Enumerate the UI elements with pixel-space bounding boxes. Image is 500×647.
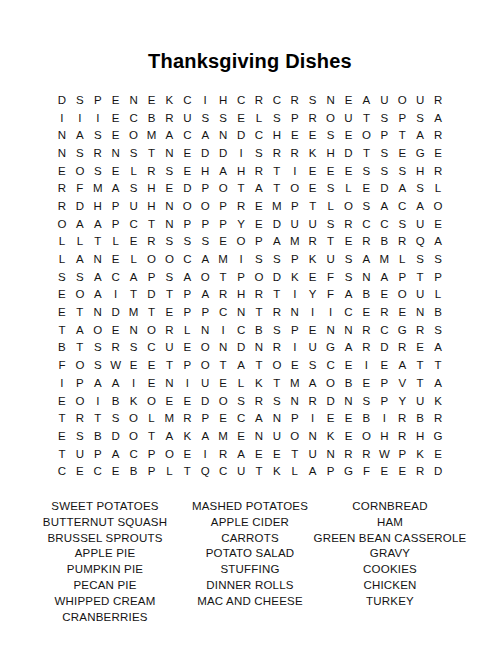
grid-cell[interactable]: L — [125, 250, 143, 268]
grid-cell[interactable]: S — [71, 91, 89, 109]
grid-cell[interactable]: N — [160, 374, 178, 392]
grid-cell[interactable]: E — [393, 144, 411, 162]
grid-cell[interactable]: O — [53, 215, 71, 233]
grid-cell[interactable]: I — [107, 286, 125, 304]
grid-cell[interactable]: I — [196, 445, 214, 463]
grid-cell[interactable]: A — [393, 179, 411, 197]
grid-cell[interactable]: T — [89, 233, 107, 251]
grid-cell[interactable]: C — [125, 445, 143, 463]
grid-cell[interactable]: R — [53, 197, 71, 215]
grid-cell[interactable]: A — [393, 356, 411, 374]
grid-cell[interactable]: S — [411, 109, 429, 127]
grid-cell[interactable]: A — [429, 374, 447, 392]
grid-cell[interactable]: S — [268, 250, 286, 268]
grid-cell[interactable]: U — [411, 91, 429, 109]
grid-cell[interactable]: H — [232, 286, 250, 304]
grid-cell[interactable]: H — [214, 91, 232, 109]
grid-cell[interactable]: S — [89, 356, 107, 374]
grid-cell[interactable]: O — [214, 179, 232, 197]
grid-cell[interactable]: N — [89, 250, 107, 268]
grid-cell[interactable]: E — [107, 162, 125, 180]
grid-cell[interactable]: M — [143, 126, 161, 144]
grid-cell[interactable]: A — [357, 250, 375, 268]
grid-cell[interactable]: W — [107, 356, 125, 374]
grid-cell[interactable]: S — [411, 179, 429, 197]
grid-cell[interactable]: R — [143, 233, 161, 251]
grid-cell[interactable]: B — [125, 462, 143, 480]
grid-cell[interactable]: S — [125, 144, 143, 162]
grid-cell[interactable]: A — [160, 126, 178, 144]
grid-cell[interactable]: E — [322, 409, 340, 427]
grid-cell[interactable]: A — [429, 339, 447, 357]
grid-cell[interactable]: O — [322, 374, 340, 392]
grid-cell[interactable]: E — [232, 109, 250, 127]
grid-cell[interactable]: E — [232, 427, 250, 445]
grid-cell[interactable]: N — [89, 303, 107, 321]
grid-cell[interactable]: R — [268, 339, 286, 357]
grid-cell[interactable]: S — [304, 91, 322, 109]
grid-cell[interactable]: L — [125, 162, 143, 180]
grid-cell[interactable]: T — [214, 356, 232, 374]
grid-cell[interactable]: D — [268, 215, 286, 233]
grid-cell[interactable]: O — [286, 427, 304, 445]
grid-cell[interactable]: U — [196, 374, 214, 392]
grid-cell[interactable]: A — [340, 286, 358, 304]
grid-cell[interactable]: T — [357, 144, 375, 162]
grid-cell[interactable]: R — [286, 144, 304, 162]
grid-cell[interactable]: H — [322, 144, 340, 162]
grid-cell[interactable]: C — [178, 126, 196, 144]
grid-cell[interactable]: P — [196, 409, 214, 427]
grid-cell[interactable]: R — [304, 233, 322, 251]
grid-cell[interactable]: P — [196, 215, 214, 233]
grid-cell[interactable]: N — [340, 392, 358, 410]
grid-cell[interactable]: R — [107, 339, 125, 357]
grid-cell[interactable]: C — [250, 126, 268, 144]
grid-cell[interactable]: S — [268, 392, 286, 410]
grid-cell[interactable]: P — [143, 445, 161, 463]
grid-cell[interactable]: C — [214, 303, 232, 321]
grid-cell[interactable]: E — [304, 179, 322, 197]
grid-cell[interactable]: S — [89, 162, 107, 180]
grid-cell[interactable]: S — [232, 392, 250, 410]
grid-cell[interactable]: S — [71, 268, 89, 286]
grid-cell[interactable]: D — [196, 392, 214, 410]
grid-cell[interactable]: Q — [196, 462, 214, 480]
grid-cell[interactable]: E — [340, 233, 358, 251]
grid-cell[interactable]: T — [71, 303, 89, 321]
grid-cell[interactable]: T — [411, 268, 429, 286]
grid-cell[interactable]: P — [71, 374, 89, 392]
grid-cell[interactable]: K — [411, 445, 429, 463]
grid-cell[interactable]: R — [232, 197, 250, 215]
grid-cell[interactable]: C — [375, 215, 393, 233]
grid-cell[interactable]: S — [160, 233, 178, 251]
grid-cell[interactable]: U — [71, 445, 89, 463]
grid-cell[interactable]: S — [375, 109, 393, 127]
grid-cell[interactable]: O — [429, 197, 447, 215]
grid-cell[interactable]: U — [322, 250, 340, 268]
grid-cell[interactable]: E — [304, 126, 322, 144]
grid-cell[interactable]: R — [268, 144, 286, 162]
grid-cell[interactable]: F — [357, 462, 375, 480]
grid-cell[interactable]: D — [53, 91, 71, 109]
grid-cell[interactable]: E — [214, 374, 232, 392]
grid-cell[interactable]: P — [429, 268, 447, 286]
grid-cell[interactable]: L — [429, 179, 447, 197]
grid-cell[interactable]: T — [53, 321, 71, 339]
grid-cell[interactable]: D — [340, 144, 358, 162]
grid-cell[interactable]: I — [214, 321, 232, 339]
grid-cell[interactable]: M — [214, 427, 232, 445]
grid-cell[interactable]: T — [268, 179, 286, 197]
grid-cell[interactable]: E — [107, 321, 125, 339]
grid-cell[interactable]: C — [53, 462, 71, 480]
grid-cell[interactable]: Y — [304, 286, 322, 304]
grid-cell[interactable]: C — [357, 215, 375, 233]
grid-cell[interactable]: O — [393, 286, 411, 304]
grid-cell[interactable]: E — [340, 126, 358, 144]
grid-cell[interactable]: E — [178, 144, 196, 162]
grid-cell[interactable]: I — [178, 374, 196, 392]
grid-cell[interactable]: E — [125, 233, 143, 251]
grid-cell[interactable]: B — [53, 339, 71, 357]
grid-cell[interactable]: A — [411, 197, 429, 215]
grid-cell[interactable]: P — [393, 445, 411, 463]
grid-cell[interactable]: V — [393, 374, 411, 392]
grid-cell[interactable]: E — [429, 215, 447, 233]
grid-cell[interactable]: O — [322, 109, 340, 127]
grid-cell[interactable]: L — [107, 233, 125, 251]
grid-cell[interactable]: R — [340, 445, 358, 463]
grid-cell[interactable]: R — [214, 286, 232, 304]
grid-cell[interactable]: U — [232, 462, 250, 480]
grid-cell[interactable]: A — [196, 250, 214, 268]
grid-cell[interactable]: E — [286, 126, 304, 144]
grid-cell[interactable]: U — [304, 339, 322, 357]
grid-cell[interactable]: A — [411, 126, 429, 144]
grid-cell[interactable]: M — [375, 250, 393, 268]
grid-cell[interactable]: A — [71, 126, 89, 144]
grid-cell[interactable]: I — [304, 409, 322, 427]
grid-cell[interactable]: S — [160, 268, 178, 286]
grid-cell[interactable]: C — [89, 462, 107, 480]
grid-cell[interactable]: P — [250, 233, 268, 251]
grid-cell[interactable]: N — [286, 392, 304, 410]
grid-cell[interactable]: S — [322, 179, 340, 197]
grid-cell[interactable]: B — [357, 409, 375, 427]
grid-cell[interactable]: E — [340, 409, 358, 427]
grid-cell[interactable]: E — [250, 445, 268, 463]
grid-cell[interactable]: T — [143, 144, 161, 162]
grid-cell[interactable]: E — [357, 374, 375, 392]
grid-cell[interactable]: D — [71, 197, 89, 215]
grid-cell[interactable]: G — [322, 339, 340, 357]
grid-cell[interactable]: C — [393, 197, 411, 215]
grid-cell[interactable]: A — [250, 179, 268, 197]
grid-cell[interactable]: E — [160, 303, 178, 321]
grid-cell[interactable]: A — [89, 215, 107, 233]
grid-cell[interactable]: I — [232, 144, 250, 162]
grid-cell[interactable]: K — [304, 250, 322, 268]
grid-cell[interactable]: R — [250, 162, 268, 180]
grid-cell[interactable]: L — [340, 179, 358, 197]
grid-cell[interactable]: R — [143, 162, 161, 180]
grid-cell[interactable]: A — [250, 409, 268, 427]
grid-cell[interactable]: P — [143, 462, 161, 480]
grid-cell[interactable]: E — [340, 162, 358, 180]
grid-cell[interactable]: A — [304, 462, 322, 480]
grid-cell[interactable]: L — [143, 409, 161, 427]
grid-cell[interactable]: M — [268, 197, 286, 215]
grid-cell[interactable]: C — [375, 321, 393, 339]
grid-cell[interactable]: I — [357, 356, 375, 374]
grid-cell[interactable]: O — [160, 250, 178, 268]
grid-cell[interactable]: E — [304, 321, 322, 339]
grid-cell[interactable]: D — [268, 268, 286, 286]
grid-cell[interactable]: P — [107, 197, 125, 215]
grid-cell[interactable]: T — [250, 356, 268, 374]
grid-cell[interactable]: B — [107, 392, 125, 410]
grid-cell[interactable]: D — [375, 179, 393, 197]
grid-cell[interactable]: P — [178, 215, 196, 233]
grid-cell[interactable]: U — [375, 91, 393, 109]
grid-cell[interactable]: A — [429, 233, 447, 251]
grid-cell[interactable]: U — [411, 286, 429, 304]
grid-cell[interactable]: E — [178, 392, 196, 410]
grid-cell[interactable]: N — [107, 144, 125, 162]
grid-cell[interactable]: P — [286, 321, 304, 339]
grid-cell[interactable]: L — [429, 286, 447, 304]
grid-cell[interactable]: M — [286, 374, 304, 392]
grid-cell[interactable]: R — [411, 462, 429, 480]
grid-cell[interactable]: O — [71, 356, 89, 374]
grid-cell[interactable]: D — [375, 339, 393, 357]
grid-cell[interactable]: S — [322, 215, 340, 233]
grid-cell[interactable]: B — [411, 409, 429, 427]
grid-cell[interactable]: C — [214, 462, 232, 480]
grid-cell[interactable]: U — [268, 427, 286, 445]
grid-cell[interactable]: N — [232, 303, 250, 321]
grid-cell[interactable]: A — [304, 374, 322, 392]
grid-cell[interactable]: P — [196, 303, 214, 321]
grid-cell[interactable]: O — [250, 268, 268, 286]
grid-cell[interactable]: C — [178, 250, 196, 268]
grid-cell[interactable]: E — [340, 427, 358, 445]
grid-cell[interactable]: K — [268, 462, 286, 480]
grid-cell[interactable]: N — [125, 91, 143, 109]
grid-cell[interactable]: E — [214, 233, 232, 251]
grid-cell[interactable]: I — [286, 286, 304, 304]
grid-cell[interactable]: T — [125, 286, 143, 304]
grid-cell[interactable]: I — [286, 339, 304, 357]
grid-cell[interactable]: E — [160, 392, 178, 410]
grid-cell[interactable]: R — [357, 321, 375, 339]
grid-cell[interactable]: E — [429, 445, 447, 463]
grid-cell[interactable]: T — [268, 374, 286, 392]
grid-cell[interactable]: R — [429, 409, 447, 427]
grid-cell[interactable]: L — [160, 462, 178, 480]
grid-cell[interactable]: N — [250, 427, 268, 445]
grid-cell[interactable]: K — [322, 427, 340, 445]
grid-cell[interactable]: U — [304, 445, 322, 463]
grid-cell[interactable]: E — [178, 162, 196, 180]
grid-cell[interactable]: A — [178, 268, 196, 286]
grid-cell[interactable]: E — [143, 374, 161, 392]
grid-cell[interactable]: S — [125, 339, 143, 357]
grid-cell[interactable]: D — [196, 144, 214, 162]
grid-cell[interactable]: D — [322, 392, 340, 410]
grid-cell[interactable]: A — [268, 233, 286, 251]
grid-cell[interactable]: N — [125, 321, 143, 339]
grid-cell[interactable]: E — [375, 462, 393, 480]
grid-cell[interactable]: I — [322, 303, 340, 321]
grid-cell[interactable]: N — [214, 339, 232, 357]
grid-cell[interactable]: E — [71, 462, 89, 480]
grid-cell[interactable]: A — [107, 445, 125, 463]
grid-cell[interactable]: M — [286, 233, 304, 251]
grid-cell[interactable]: O — [125, 409, 143, 427]
grid-cell[interactable]: U — [178, 109, 196, 127]
grid-cell[interactable]: I — [89, 109, 107, 127]
grid-cell[interactable]: R — [160, 109, 178, 127]
grid-cell[interactable]: P — [393, 268, 411, 286]
grid-cell[interactable]: C — [178, 91, 196, 109]
grid-cell[interactable]: R — [286, 91, 304, 109]
grid-cell[interactable]: O — [71, 162, 89, 180]
grid-cell[interactable]: E — [250, 215, 268, 233]
grid-cell[interactable]: A — [196, 427, 214, 445]
grid-cell[interactable]: T — [411, 356, 429, 374]
grid-cell[interactable]: O — [268, 356, 286, 374]
grid-cell[interactable]: D — [232, 126, 250, 144]
grid-cell[interactable]: C — [125, 215, 143, 233]
grid-cell[interactable]: E — [340, 91, 358, 109]
grid-cell[interactable]: E — [268, 445, 286, 463]
grid-cell[interactable]: P — [178, 286, 196, 304]
grid-cell[interactable]: I — [232, 250, 250, 268]
grid-cell[interactable]: P — [89, 91, 107, 109]
grid-cell[interactable]: S — [107, 409, 125, 427]
grid-cell[interactable]: H — [411, 162, 429, 180]
grid-cell[interactable]: L — [232, 374, 250, 392]
grid-cell[interactable]: C — [268, 91, 286, 109]
grid-cell[interactable]: S — [214, 109, 232, 127]
grid-cell[interactable]: K — [304, 144, 322, 162]
grid-cell[interactable]: K — [125, 392, 143, 410]
grid-cell[interactable]: A — [232, 445, 250, 463]
grid-cell[interactable]: T — [286, 445, 304, 463]
grid-cell[interactable]: U — [160, 339, 178, 357]
grid-cell[interactable]: T — [143, 427, 161, 445]
grid-cell[interactable]: E — [411, 339, 429, 357]
grid-cell[interactable]: L — [322, 197, 340, 215]
grid-cell[interactable]: N — [411, 303, 429, 321]
grid-cell[interactable]: R — [250, 392, 268, 410]
grid-cell[interactable]: M — [89, 179, 107, 197]
grid-cell[interactable]: H — [196, 162, 214, 180]
grid-cell[interactable]: A — [89, 268, 107, 286]
grid-cell[interactable]: C — [232, 409, 250, 427]
grid-cell[interactable]: R — [268, 303, 286, 321]
grid-cell[interactable]: B — [357, 286, 375, 304]
grid-cell[interactable]: L — [53, 233, 71, 251]
grid-cell[interactable]: P — [178, 356, 196, 374]
grid-cell[interactable]: C — [125, 109, 143, 127]
grid-cell[interactable]: P — [143, 268, 161, 286]
grid-cell[interactable]: P — [89, 445, 107, 463]
grid-cell[interactable]: K — [286, 268, 304, 286]
grid-cell[interactable]: P — [375, 374, 393, 392]
grid-cell[interactable]: B — [250, 321, 268, 339]
grid-cell[interactable]: R — [214, 445, 232, 463]
grid-cell[interactable]: A — [357, 91, 375, 109]
grid-cell[interactable]: D — [178, 179, 196, 197]
grid-cell[interactable]: S — [71, 427, 89, 445]
grid-cell[interactable]: O — [214, 392, 232, 410]
grid-cell[interactable]: T — [160, 286, 178, 304]
grid-cell[interactable]: D — [107, 303, 125, 321]
grid-cell[interactable]: T — [143, 215, 161, 233]
grid-cell[interactable]: R — [357, 233, 375, 251]
grid-cell[interactable]: N — [160, 144, 178, 162]
grid-cell[interactable]: C — [340, 303, 358, 321]
grid-cell[interactable]: O — [178, 197, 196, 215]
grid-cell[interactable]: I — [196, 91, 214, 109]
grid-cell[interactable]: E — [107, 91, 125, 109]
grid-cell[interactable]: S — [375, 144, 393, 162]
grid-cell[interactable]: E — [357, 179, 375, 197]
grid-cell[interactable]: R — [429, 126, 447, 144]
grid-cell[interactable]: T — [53, 409, 71, 427]
grid-cell[interactable]: P — [214, 197, 232, 215]
grid-cell[interactable]: T — [268, 286, 286, 304]
grid-cell[interactable]: A — [107, 374, 125, 392]
grid-cell[interactable]: I — [71, 109, 89, 127]
grid-cell[interactable]: D — [143, 286, 161, 304]
grid-cell[interactable]: E — [304, 162, 322, 180]
grid-cell[interactable]: E — [286, 356, 304, 374]
grid-cell[interactable]: I — [375, 409, 393, 427]
grid-cell[interactable]: S — [196, 109, 214, 127]
grid-cell[interactable]: L — [250, 109, 268, 127]
grid-cell[interactable]: O — [143, 321, 161, 339]
grid-cell[interactable]: M — [160, 409, 178, 427]
grid-cell[interactable]: R — [375, 303, 393, 321]
grid-cell[interactable]: A — [429, 109, 447, 127]
grid-cell[interactable]: R — [340, 215, 358, 233]
grid-cell[interactable]: S — [304, 356, 322, 374]
grid-cell[interactable]: E — [214, 409, 232, 427]
grid-cell[interactable]: R — [429, 162, 447, 180]
grid-cell[interactable]: N — [304, 427, 322, 445]
grid-cell[interactable]: S — [89, 339, 107, 357]
grid-cell[interactable]: T — [178, 462, 196, 480]
grid-cell[interactable]: E — [340, 356, 358, 374]
grid-cell[interactable]: F — [322, 268, 340, 286]
grid-cell[interactable]: R — [393, 233, 411, 251]
grid-cell[interactable]: T — [160, 356, 178, 374]
grid-cell[interactable]: W — [375, 445, 393, 463]
grid-cell[interactable]: H — [232, 162, 250, 180]
grid-cell[interactable]: G — [340, 462, 358, 480]
grid-cell[interactable]: H — [143, 197, 161, 215]
grid-cell[interactable]: R — [393, 409, 411, 427]
grid-cell[interactable]: A — [107, 179, 125, 197]
grid-cell[interactable]: F — [71, 179, 89, 197]
grid-cell[interactable]: T — [393, 126, 411, 144]
grid-cell[interactable]: T — [143, 303, 161, 321]
